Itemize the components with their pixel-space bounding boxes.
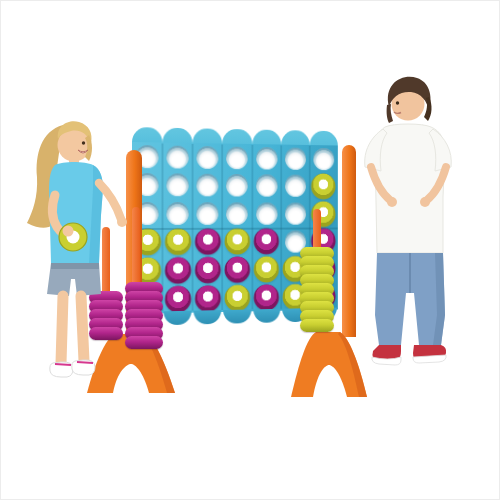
boy-player xyxy=(343,71,473,371)
board-scallop xyxy=(224,309,251,323)
magenta-ring xyxy=(125,336,163,349)
cell-r5-c2 xyxy=(163,256,193,285)
board-hole xyxy=(313,148,334,170)
girl-hand-front xyxy=(63,226,74,237)
cell-r3-c6 xyxy=(281,200,310,228)
board-hole xyxy=(167,145,189,168)
disc-yellow xyxy=(254,256,279,282)
board-scallop xyxy=(253,309,280,323)
disc-yellow xyxy=(225,284,250,311)
right-a-frame-foot xyxy=(287,327,371,399)
disc-magenta xyxy=(165,257,191,284)
disc-yellow xyxy=(311,173,335,199)
cell-r2-c7 xyxy=(310,173,338,201)
girl-arm-reaching xyxy=(99,183,121,219)
board-hole xyxy=(226,202,248,225)
yellow-ring xyxy=(300,319,334,332)
cell-r2-c3 xyxy=(193,171,223,199)
girl-leg-right xyxy=(81,296,84,361)
cell-r4-c5 xyxy=(252,228,281,256)
board-hole xyxy=(285,175,306,197)
cell-r3-c4 xyxy=(223,200,252,228)
cell-r2-c5 xyxy=(252,172,281,200)
disc-magenta xyxy=(165,285,191,312)
cell-r6-c5 xyxy=(252,283,281,311)
board-hole xyxy=(256,147,277,170)
board-hole xyxy=(197,146,219,169)
cell-r6-c3 xyxy=(193,284,223,313)
cell-r1-c4 xyxy=(223,144,252,172)
magenta-ring-stack-rear xyxy=(125,282,163,349)
cell-r2-c4 xyxy=(223,172,252,200)
girl-shoe-right-strap xyxy=(77,362,93,363)
product-photo-scene xyxy=(0,0,500,500)
cell-r4-c2 xyxy=(163,228,193,257)
cell-r1-c6 xyxy=(281,145,310,173)
cell-r6-c2 xyxy=(163,284,193,313)
disc-magenta xyxy=(195,229,221,256)
boy-hand-left xyxy=(387,197,397,207)
girl-player xyxy=(11,117,129,391)
cell-r4-c3 xyxy=(193,228,223,256)
cell-r1-c3 xyxy=(193,143,223,172)
cell-r2-c2 xyxy=(163,171,193,200)
board-hole xyxy=(197,174,219,197)
cell-r5-c3 xyxy=(193,256,223,285)
cell-r1-c2 xyxy=(163,143,193,172)
cell-r1-c5 xyxy=(252,144,281,172)
boy-hand-right xyxy=(420,197,430,207)
disc-magenta xyxy=(225,256,250,283)
board-hole xyxy=(285,203,306,225)
board-hole xyxy=(226,146,248,169)
disc-magenta xyxy=(195,257,221,284)
board-scallop xyxy=(194,310,222,324)
girl-shorts-waist xyxy=(51,263,99,269)
disc-yellow xyxy=(165,229,191,256)
girl-hand-reaching xyxy=(117,217,127,227)
board-top-arches xyxy=(132,127,338,131)
girl-eye xyxy=(82,141,85,144)
cell-r5-c5 xyxy=(252,255,281,283)
board-hole xyxy=(167,202,189,225)
board-hole xyxy=(167,174,189,197)
board-hole xyxy=(285,147,306,169)
cell-r5-c4 xyxy=(223,256,252,284)
board-hole xyxy=(256,175,277,197)
cell-r1-c7 xyxy=(310,145,338,173)
boy-eye xyxy=(396,101,399,104)
disc-magenta xyxy=(254,228,279,254)
board-scallop xyxy=(164,311,192,326)
cell-r3-c2 xyxy=(163,199,193,227)
cell-r2-c6 xyxy=(281,172,310,200)
cell-r6-c4 xyxy=(223,283,252,312)
board-hole xyxy=(256,203,277,225)
disc-magenta xyxy=(254,284,279,311)
girl-leg-left xyxy=(61,296,63,363)
disc-yellow xyxy=(225,228,250,255)
cell-r3-c3 xyxy=(193,200,223,228)
cell-r4-c4 xyxy=(223,228,252,256)
disc-magenta xyxy=(195,285,221,312)
board-hole xyxy=(197,202,219,225)
board-hole xyxy=(226,174,248,197)
cell-r3-c5 xyxy=(252,200,281,228)
girl-shoe-left-strap xyxy=(55,364,71,365)
yellow-ring-stack xyxy=(300,247,334,332)
